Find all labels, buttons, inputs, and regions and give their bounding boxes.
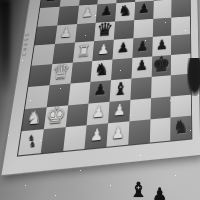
white-pawn: ♟ — [111, 124, 125, 141]
square — [70, 61, 92, 83]
white-pawn: ♟ — [112, 102, 126, 118]
square — [65, 103, 88, 127]
square — [150, 96, 171, 120]
square — [40, 127, 65, 153]
square — [172, 0, 190, 17]
square: ♟ — [55, 24, 77, 45]
square — [153, 0, 172, 18]
square: ♟ — [89, 80, 111, 103]
black-pawn: ♟ — [100, 5, 113, 18]
black-king: ♚ — [152, 54, 170, 76]
black-pawn: ♟ — [138, 3, 150, 16]
square — [75, 22, 96, 42]
captured-black-pawn: ♟ — [152, 186, 167, 200]
square — [128, 120, 150, 145]
square: ♚ — [44, 105, 68, 130]
board-brand-text: CHESS — [21, 32, 30, 57]
square: ♞ — [115, 2, 135, 21]
white-rook: ♜ — [76, 43, 91, 59]
white-pawn: ♟ — [97, 42, 110, 56]
black-bishop: ♝ — [112, 79, 128, 98]
square — [151, 75, 171, 98]
square: ♟ — [87, 101, 110, 125]
white-pawn: ♟ — [89, 126, 104, 143]
square — [171, 16, 190, 36]
square — [68, 82, 91, 105]
square: ♜ — [72, 41, 94, 62]
black-pawn: ♟ — [135, 59, 148, 74]
black-knight: ♞ — [173, 117, 188, 137]
black-pawn: ♟ — [44, 0, 58, 4]
square: ♝ — [110, 78, 132, 101]
chess-board: CHESS ♟♟♟♞♟♟♛♜♟♟♟♟♛♞♟♚♟♝♞♚♟♟♞♞♟♟♞ — [2, 0, 200, 175]
square: ♟ — [134, 1, 153, 20]
square: ♟ — [131, 56, 152, 78]
square — [152, 17, 171, 37]
board-grid: ♟♟♟♞♟♟♛♜♟♟♟♟♛♞♟♚♟♝♞♚♟♟♞♞♟♟♞ — [18, 0, 191, 155]
square: ♛ — [94, 21, 115, 41]
square: ♟ — [85, 124, 108, 149]
white-king: ♚ — [45, 104, 67, 129]
square: ♛ — [49, 63, 72, 85]
square — [129, 98, 150, 122]
square: ♟ — [112, 38, 133, 59]
square: ♟ — [106, 122, 129, 147]
black-knight: ♞ — [118, 3, 133, 19]
square: ♞ — [91, 60, 113, 82]
table-shadow — [0, 0, 10, 95]
square — [63, 125, 87, 151]
white-queen: ♛ — [51, 62, 71, 83]
square: ♚ — [151, 55, 171, 77]
square — [111, 58, 132, 80]
black-queen: ♛ — [96, 21, 114, 40]
chessboard-photo: CHESS ♟♟♟♞♟♟♛♜♟♟♟♟♛♞♟♚♟♝♞♚♟♟♞♞♟♟♞ ♝♟ — [0, 0, 200, 200]
square: ♞ — [170, 116, 191, 141]
square: ♟ — [132, 37, 152, 58]
black-pawn: ♟ — [93, 83, 107, 99]
offboard-black-piece-blob — [187, 58, 200, 96]
square — [57, 5, 78, 25]
white-pawn: ♟ — [59, 26, 73, 40]
black-pawn: ♟ — [156, 38, 168, 52]
square: ♟ — [77, 4, 98, 24]
white-pawn: ♟ — [91, 104, 105, 121]
black-knight: ♞ — [94, 61, 110, 79]
square — [114, 20, 134, 40]
white-pawn: ♟ — [81, 6, 94, 19]
square — [130, 77, 151, 100]
white-knight: ♞ — [25, 108, 44, 128]
square — [149, 118, 170, 143]
captured-black-bishop: ♝ — [129, 180, 148, 200]
square — [133, 18, 153, 38]
black-pawn: ♟ — [136, 39, 148, 53]
square: ♟ — [108, 99, 130, 123]
square — [171, 34, 190, 55]
square: ♟ — [93, 40, 114, 61]
black-pawn: ♟ — [116, 41, 129, 55]
